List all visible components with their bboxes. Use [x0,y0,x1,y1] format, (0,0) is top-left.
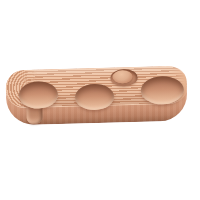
product-photo-stage [0,0,200,200]
wooden-pit-board [5,66,187,126]
pit-dome-floor [112,70,132,84]
pit-middle [75,84,115,111]
